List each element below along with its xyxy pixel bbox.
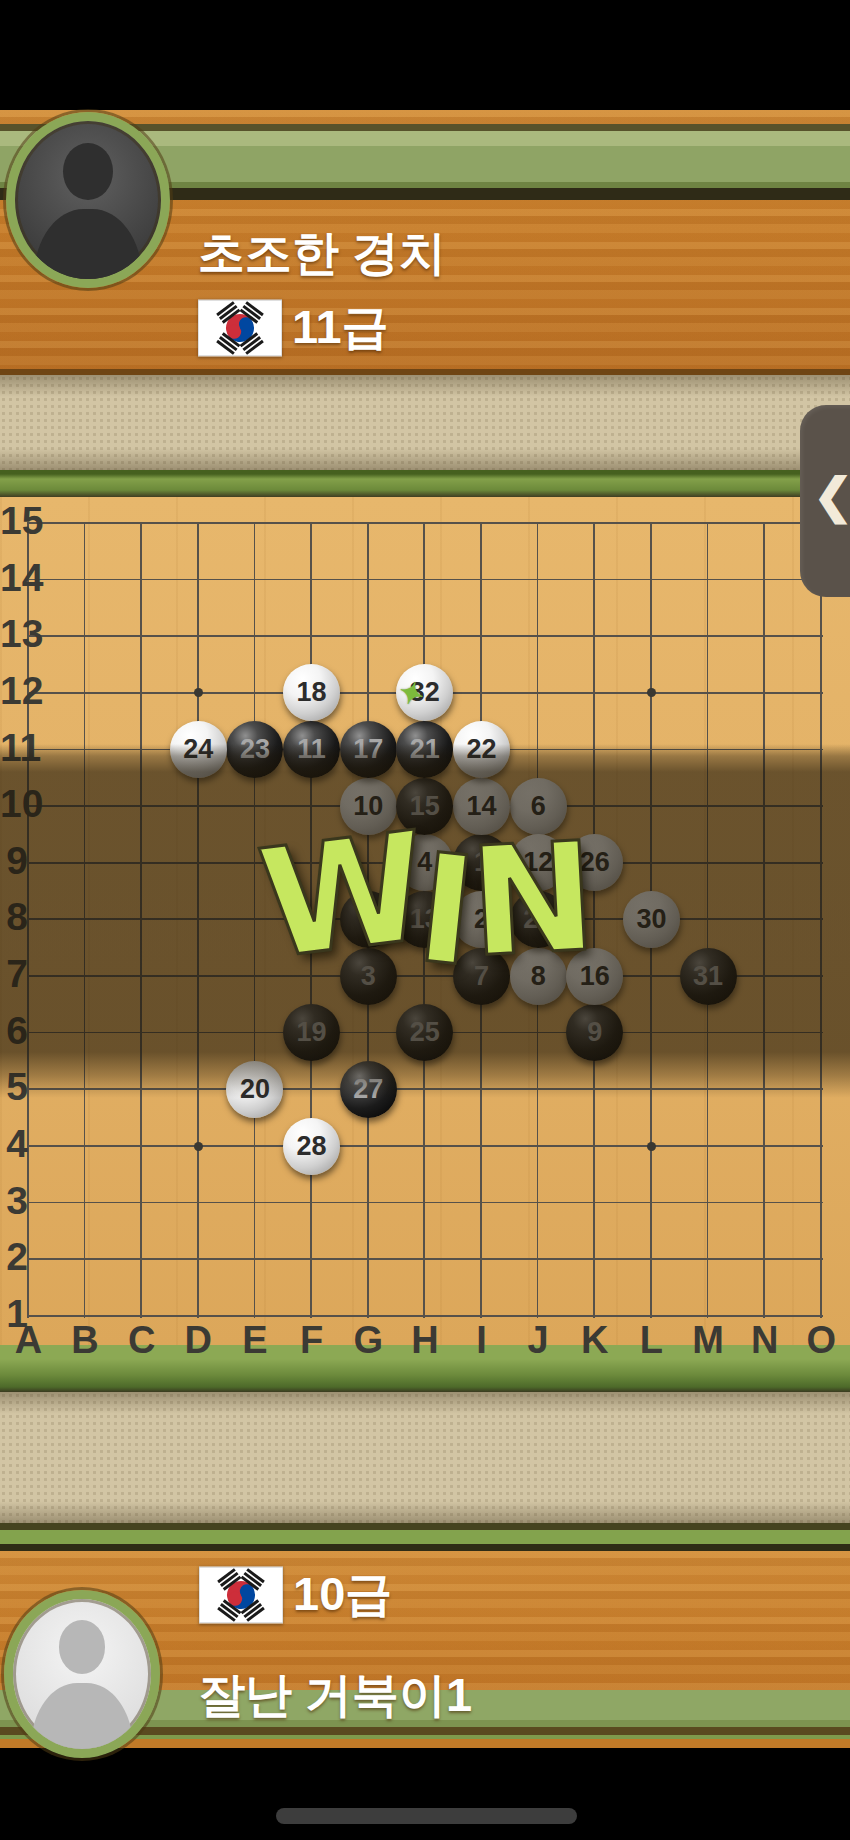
- stone-black-11: 11: [283, 721, 340, 778]
- stone-white-2: 2: [453, 891, 510, 948]
- col-label: C: [122, 1319, 162, 1362]
- col-label: A: [8, 1319, 48, 1362]
- stone-white-30: 30: [623, 891, 680, 948]
- move-number: 8: [531, 961, 546, 992]
- col-label: F: [292, 1319, 332, 1362]
- move-number: 21: [410, 734, 440, 765]
- stone-white-22: 22: [453, 721, 510, 778]
- top-player-rank: 11급: [292, 296, 389, 359]
- row-label: 2: [0, 1235, 34, 1279]
- col-label: E: [235, 1319, 275, 1362]
- move-number: 4: [417, 847, 432, 878]
- stone-black-3: 3: [340, 948, 397, 1005]
- move-number: 11: [297, 734, 326, 765]
- move-number: 15: [410, 791, 440, 822]
- texture-band-top: [0, 375, 850, 470]
- row-label: 12: [0, 669, 34, 713]
- stone-black-15: 15: [396, 778, 453, 835]
- move-number: 2: [474, 904, 489, 935]
- star-point: [194, 1142, 203, 1151]
- stone-white-8: 8: [510, 948, 567, 1005]
- move-number: 19: [297, 1017, 327, 1048]
- col-label: O: [801, 1319, 841, 1362]
- bottom-black-bar: [0, 1748, 850, 1840]
- row-label: 14: [0, 556, 34, 600]
- move-number: 12: [523, 847, 553, 878]
- stone-black-29: 29: [510, 891, 567, 948]
- col-label: N: [745, 1319, 785, 1362]
- stone-black-1: 1: [453, 834, 510, 891]
- move-number: 10: [353, 791, 383, 822]
- row-label: 7: [0, 952, 34, 996]
- move-number: 7: [474, 961, 489, 992]
- stone-black-7: 7: [453, 948, 510, 1005]
- row-label: 11: [0, 726, 34, 770]
- stone-white-14: 14: [453, 778, 510, 835]
- move-number: 24: [183, 734, 213, 765]
- top-player-flag-row: 11급: [198, 296, 389, 359]
- move-number: 14: [466, 791, 496, 822]
- move-number: 13: [410, 904, 440, 935]
- row-label: 13: [0, 612, 34, 656]
- stone-white-20: 20: [226, 1061, 283, 1118]
- top-player-name: 초조한 경치: [198, 222, 446, 285]
- stone-white-12: 12: [510, 834, 567, 891]
- bottom-player-avatar[interactable]: [4, 1590, 160, 1758]
- col-label: I: [462, 1319, 502, 1362]
- col-label: K: [575, 1319, 615, 1362]
- stone-black-5: 5: [340, 891, 397, 948]
- bottom-player-name: 잘난 거북이1: [198, 1664, 472, 1727]
- row-label: 3: [0, 1179, 34, 1223]
- avatar-silhouette-head: [63, 143, 113, 200]
- stone-white-10: 10: [340, 778, 397, 835]
- row-label: 9: [0, 839, 34, 883]
- side-panel-tab[interactable]: ❮: [800, 405, 850, 597]
- stone-black-27: 27: [340, 1061, 397, 1118]
- move-number: 20: [240, 1074, 270, 1105]
- board-top-trim: [0, 470, 850, 497]
- move-number: 17: [353, 734, 383, 765]
- green-divider: [0, 1523, 850, 1551]
- avatar-silhouette-body: [34, 209, 142, 288]
- stone-white-16: 16: [566, 948, 623, 1005]
- col-label: B: [65, 1319, 105, 1362]
- move-number: 22: [466, 734, 496, 765]
- move-number: 26: [580, 847, 610, 878]
- top-player-avatar[interactable]: [6, 112, 170, 288]
- move-number: 9: [587, 1017, 602, 1048]
- south-korea-flag-icon: [199, 1566, 283, 1624]
- stone-white-28: 28: [283, 1118, 340, 1175]
- home-indicator[interactable]: [276, 1808, 577, 1824]
- row-label: 5: [0, 1065, 34, 1109]
- move-number: 25: [410, 1017, 440, 1048]
- south-korea-flag-icon: [198, 299, 282, 357]
- col-label: D: [178, 1319, 218, 1362]
- stone-black-17: 17: [340, 721, 397, 778]
- move-number: 23: [240, 734, 270, 765]
- move-number: 3: [361, 961, 376, 992]
- stone-black-31: 31: [680, 948, 737, 1005]
- star-point: [647, 1142, 656, 1151]
- row-label: 8: [0, 895, 34, 939]
- move-number: 18: [297, 677, 327, 708]
- stone-white-24: 24: [170, 721, 227, 778]
- move-number: 1: [474, 847, 489, 878]
- texture-band-bottom: [0, 1392, 850, 1523]
- move-number: 30: [636, 904, 666, 935]
- stone-black-21: 21: [396, 721, 453, 778]
- move-number: 31: [693, 961, 723, 992]
- bottom-player-flag-row: 10급: [199, 1563, 392, 1626]
- col-label: H: [405, 1319, 445, 1362]
- stone-white-6: 6: [510, 778, 567, 835]
- col-label: M: [688, 1319, 728, 1362]
- col-label: G: [348, 1319, 388, 1362]
- app-screen: 초조한 경치 11급 15: [0, 0, 850, 1840]
- col-label: J: [518, 1319, 558, 1362]
- col-label: L: [631, 1319, 671, 1362]
- move-number: 5: [361, 904, 376, 935]
- row-label: 15: [0, 499, 34, 543]
- chevron-left-icon: ❮: [813, 467, 850, 523]
- move-number: 6: [531, 791, 546, 822]
- stone-black-19: 19: [283, 1004, 340, 1061]
- avatar-silhouette-body: [31, 1683, 133, 1758]
- move-number: 28: [297, 1131, 327, 1162]
- avatar-silhouette-head: [59, 1620, 106, 1674]
- move-number: 29: [523, 904, 553, 935]
- row-label: 10: [0, 782, 34, 826]
- row-label: 6: [0, 1009, 34, 1053]
- status-bar-area: [0, 0, 850, 110]
- row-label: 4: [0, 1122, 34, 1166]
- move-number: 16: [580, 961, 610, 992]
- move-number: 27: [353, 1074, 383, 1105]
- bottom-player-rank: 10급: [293, 1563, 392, 1626]
- stone-black-13: 13: [396, 891, 453, 948]
